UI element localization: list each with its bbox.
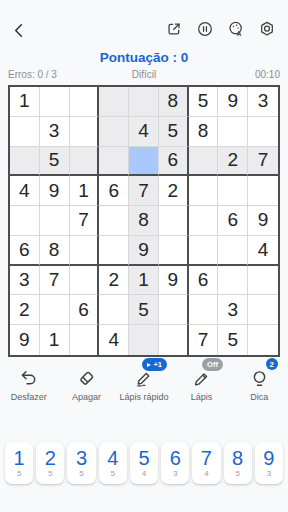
cell-r1c7[interactable]: 5 [189, 87, 219, 117]
sudoku-board: 1859334585627491672786968943721962653914… [8, 85, 280, 357]
toolbar: Desfazer Apagar +1 Lápis rápido Off [0, 365, 288, 402]
cell-r3c1[interactable] [10, 147, 40, 177]
cell-r1c3[interactable] [70, 87, 100, 117]
difficulty-label: Difícil [8, 69, 280, 80]
quick-pencil-label: Lápis rápido [119, 392, 168, 402]
cell-r7c8[interactable] [218, 266, 248, 296]
numpad-button-5[interactable]: 54 [130, 442, 158, 484]
score-text: Pontuação : 0 [0, 50, 288, 65]
cell-r3c3[interactable] [70, 147, 100, 177]
theme-palette-icon[interactable]: A [227, 20, 245, 38]
eraser-icon [76, 368, 97, 389]
cell-r4c1[interactable]: 4 [10, 176, 40, 206]
numpad-remaining-count: 5 [17, 469, 21, 478]
cell-r8c6[interactable] [159, 295, 189, 325]
hint-count-badge: 2 [266, 358, 278, 370]
numpad-digit: 6 [170, 448, 181, 468]
cell-r8c4[interactable] [99, 295, 129, 325]
cell-r4c3[interactable]: 1 [70, 176, 100, 206]
cell-r9c6[interactable] [159, 325, 189, 355]
play-icon [147, 363, 151, 367]
cell-r6c9[interactable]: 4 [248, 236, 278, 266]
top-bar: A [0, 20, 288, 44]
cell-r9c3[interactable] [70, 325, 100, 355]
cell-r2c4[interactable] [99, 117, 129, 147]
cell-r6c1[interactable]: 6 [10, 236, 40, 266]
erase-button[interactable]: Apagar [58, 365, 116, 402]
status-row: Erros: 0 / 3 Difícil 00:10 [8, 69, 280, 80]
cell-r4c9[interactable] [248, 176, 278, 206]
numpad-remaining-count: 4 [142, 469, 146, 478]
cell-r1c2[interactable] [40, 87, 70, 117]
numpad-digit: 2 [45, 448, 56, 468]
cell-r1c5[interactable] [129, 87, 159, 117]
quick-pencil-icon [133, 368, 154, 389]
numpad-digit: 4 [107, 448, 118, 468]
cell-r2c2[interactable]: 3 [40, 117, 70, 147]
cell-r3c2[interactable]: 5 [40, 147, 70, 177]
cell-r8c8[interactable]: 3 [218, 295, 248, 325]
numpad-button-3[interactable]: 35 [67, 442, 95, 484]
cell-r2c7[interactable]: 8 [189, 117, 219, 147]
undo-label: Desfazer [11, 392, 47, 402]
bulb-icon [249, 368, 270, 389]
pencil-label: Lápis [191, 392, 213, 402]
numpad-digit: 3 [76, 448, 87, 468]
svg-text:A: A [237, 30, 242, 37]
cell-r9c2[interactable]: 1 [40, 325, 70, 355]
cell-r5c8[interactable]: 6 [218, 206, 248, 236]
numpad-button-9[interactable]: 93 [255, 442, 283, 484]
numpad-button-6[interactable]: 63 [161, 442, 189, 484]
cell-r6c3[interactable] [70, 236, 100, 266]
cell-r4c7[interactable] [189, 176, 219, 206]
cell-r4c5[interactable]: 7 [129, 176, 159, 206]
cell-r4c6[interactable]: 2 [159, 176, 189, 206]
cell-r5c4[interactable] [99, 206, 129, 236]
cell-r7c2[interactable]: 7 [40, 266, 70, 296]
cell-r5c5[interactable]: 8 [129, 206, 159, 236]
number-pad: 152535455463748593 [0, 442, 288, 484]
cell-r2c9[interactable] [248, 117, 278, 147]
numpad-remaining-count: 3 [267, 469, 271, 478]
cell-r3c5[interactable] [129, 147, 159, 177]
cell-r9c7[interactable]: 7 [189, 325, 219, 355]
cell-r3c9[interactable]: 7 [248, 147, 278, 177]
pause-icon[interactable] [196, 20, 214, 38]
erase-label: Apagar [72, 392, 101, 402]
cell-r5c7[interactable] [189, 206, 219, 236]
cell-r8c9[interactable] [248, 295, 278, 325]
cell-r7c1[interactable]: 3 [10, 266, 40, 296]
cell-r9c4[interactable]: 4 [99, 325, 129, 355]
cell-r6c5[interactable]: 9 [129, 236, 159, 266]
cell-r2c8[interactable] [218, 117, 248, 147]
cell-r6c6[interactable] [159, 236, 189, 266]
undo-icon [18, 368, 39, 389]
cell-r5c1[interactable] [10, 206, 40, 236]
cell-r2c6[interactable]: 5 [159, 117, 189, 147]
numpad-digit: 9 [263, 448, 274, 468]
numpad-digit: 1 [14, 448, 25, 468]
numpad-remaining-count: 3 [173, 469, 177, 478]
cell-r1c4[interactable] [99, 87, 129, 117]
cell-r4c4[interactable]: 6 [99, 176, 129, 206]
cell-r8c5[interactable]: 5 [129, 295, 159, 325]
numpad-remaining-count: 5 [48, 469, 52, 478]
sudoku-app: A Pontuação : 0 Erros: 0 / 3 Difícil 00:… [0, 0, 288, 512]
cell-r4c8[interactable] [218, 176, 248, 206]
cell-r7c5[interactable]: 1 [129, 266, 159, 296]
cell-r2c3[interactable] [70, 117, 100, 147]
cell-r2c5[interactable]: 4 [129, 117, 159, 147]
share-icon[interactable] [165, 20, 183, 38]
pencil-button[interactable]: Off Lápis [173, 365, 231, 402]
cell-r6c7[interactable] [189, 236, 219, 266]
cell-r5c6[interactable] [159, 206, 189, 236]
cell-r4c2[interactable]: 9 [40, 176, 70, 206]
hint-button[interactable]: 2 Dica [230, 365, 288, 402]
cell-r7c9[interactable] [248, 266, 278, 296]
back-button[interactable] [10, 21, 29, 44]
pencil-icon [191, 368, 212, 389]
numpad-digit: 5 [138, 448, 149, 468]
cell-r9c8[interactable]: 5 [218, 325, 248, 355]
hint-label: Dica [250, 392, 268, 402]
numpad-button-7[interactable]: 74 [192, 442, 220, 484]
cell-r1c9[interactable]: 3 [248, 87, 278, 117]
cell-r7c4[interactable]: 2 [99, 266, 129, 296]
cell-r2c1[interactable] [10, 117, 40, 147]
numpad-digit: 7 [201, 448, 212, 468]
numpad-remaining-count: 5 [79, 469, 83, 478]
cell-r6c8[interactable] [218, 236, 248, 266]
settings-icon[interactable] [258, 20, 276, 38]
cell-r9c9[interactable] [248, 325, 278, 355]
cell-r5c3[interactable]: 7 [70, 206, 100, 236]
undo-button[interactable]: Desfazer [0, 365, 58, 402]
cell-r9c5[interactable] [129, 325, 159, 355]
cell-r8c7[interactable] [189, 295, 219, 325]
cell-r5c2[interactable] [40, 206, 70, 236]
numpad-button-4[interactable]: 45 [99, 442, 127, 484]
cell-r5c9[interactable]: 9 [248, 206, 278, 236]
cell-r8c3[interactable]: 6 [70, 295, 100, 325]
cell-r3c8[interactable]: 2 [218, 147, 248, 177]
cell-r7c6[interactable]: 9 [159, 266, 189, 296]
pencil-off-badge: Off [202, 358, 223, 371]
back-chevron-icon [10, 21, 29, 40]
cell-r9c1[interactable]: 9 [10, 325, 40, 355]
numpad-button-1[interactable]: 15 [5, 442, 33, 484]
cell-r1c1[interactable]: 1 [10, 87, 40, 117]
quick-pencil-badge: +1 [142, 358, 167, 371]
cell-r7c7[interactable]: 6 [189, 266, 219, 296]
cell-r6c4[interactable] [99, 236, 129, 266]
cell-r3c6[interactable]: 6 [159, 147, 189, 177]
numpad-remaining-count: 5 [111, 469, 115, 478]
cell-r1c8[interactable]: 9 [218, 87, 248, 117]
cell-r3c4[interactable] [99, 147, 129, 177]
top-icon-group: A [165, 20, 276, 38]
cell-r6c2[interactable]: 8 [40, 236, 70, 266]
cell-r3c7[interactable] [189, 147, 219, 177]
quick-pencil-button[interactable]: +1 Lápis rápido [115, 365, 173, 402]
numpad-remaining-count: 5 [235, 469, 239, 478]
cell-r8c1[interactable]: 2 [10, 295, 40, 325]
cell-r1c6[interactable]: 8 [159, 87, 189, 117]
numpad-button-2[interactable]: 25 [36, 442, 64, 484]
cell-r8c2[interactable] [40, 295, 70, 325]
numpad-button-8[interactable]: 85 [224, 442, 252, 484]
numpad-digit: 8 [232, 448, 243, 468]
cell-r7c3[interactable] [70, 266, 100, 296]
numpad-remaining-count: 4 [204, 469, 208, 478]
